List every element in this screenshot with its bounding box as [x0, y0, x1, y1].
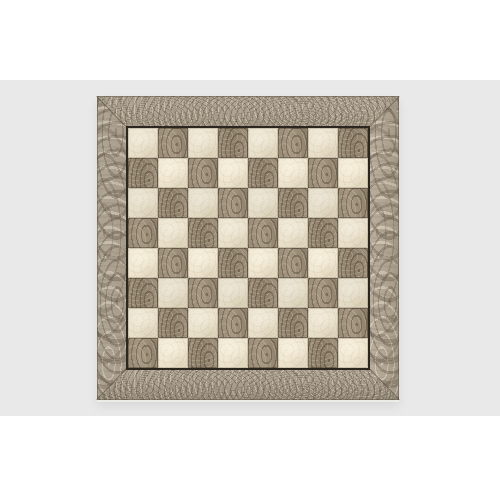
- playing-field: [126, 126, 370, 370]
- square-g8: [308, 128, 338, 158]
- square-h1: [338, 338, 368, 368]
- square-c3: [188, 278, 218, 308]
- square-e5: [248, 218, 278, 248]
- square-a5: [128, 218, 158, 248]
- square-a8: [128, 128, 158, 158]
- square-c4: [188, 248, 218, 278]
- board-frame-bottom: [97, 370, 399, 400]
- square-g1: [308, 338, 338, 368]
- square-c7: [188, 158, 218, 188]
- product-photo: [0, 80, 500, 416]
- square-b6: [158, 188, 188, 218]
- square-d2: [218, 308, 248, 338]
- square-f8: [278, 128, 308, 158]
- square-f1: [278, 338, 308, 368]
- square-b7: [158, 158, 188, 188]
- square-e6: [248, 188, 278, 218]
- square-c8: [188, 128, 218, 158]
- square-h8: [338, 128, 368, 158]
- square-d7: [218, 158, 248, 188]
- square-c6: [188, 188, 218, 218]
- square-e7: [248, 158, 278, 188]
- square-h2: [338, 308, 368, 338]
- square-c2: [188, 308, 218, 338]
- board-frame-left: [97, 96, 126, 400]
- square-b4: [158, 248, 188, 278]
- square-a2: [128, 308, 158, 338]
- square-f6: [278, 188, 308, 218]
- square-a7: [128, 158, 158, 188]
- square-f3: [278, 278, 308, 308]
- square-c1: [188, 338, 218, 368]
- square-g7: [308, 158, 338, 188]
- square-f7: [278, 158, 308, 188]
- square-d1: [218, 338, 248, 368]
- board-frame-right: [370, 96, 399, 400]
- board-frame-top: [97, 96, 399, 126]
- square-d3: [218, 278, 248, 308]
- square-b2: [158, 308, 188, 338]
- square-g6: [308, 188, 338, 218]
- square-d5: [218, 218, 248, 248]
- product-page-background: [0, 0, 500, 500]
- square-a3: [128, 278, 158, 308]
- chess-board: [97, 96, 399, 400]
- square-d4: [218, 248, 248, 278]
- square-a4: [128, 248, 158, 278]
- square-d8: [218, 128, 248, 158]
- square-e2: [248, 308, 278, 338]
- square-e3: [248, 278, 278, 308]
- square-g5: [308, 218, 338, 248]
- square-h6: [338, 188, 368, 218]
- square-h4: [338, 248, 368, 278]
- square-b3: [158, 278, 188, 308]
- square-b5: [158, 218, 188, 248]
- square-h3: [338, 278, 368, 308]
- square-g3: [308, 278, 338, 308]
- square-g4: [308, 248, 338, 278]
- square-b8: [158, 128, 188, 158]
- square-f2: [278, 308, 308, 338]
- square-e8: [248, 128, 278, 158]
- square-a6: [128, 188, 158, 218]
- square-e1: [248, 338, 278, 368]
- square-f5: [278, 218, 308, 248]
- square-f4: [278, 248, 308, 278]
- squares-grid: [128, 128, 368, 368]
- square-g2: [308, 308, 338, 338]
- square-a1: [128, 338, 158, 368]
- square-e4: [248, 248, 278, 278]
- square-c5: [188, 218, 218, 248]
- square-d6: [218, 188, 248, 218]
- square-h7: [338, 158, 368, 188]
- square-b1: [158, 338, 188, 368]
- square-h5: [338, 218, 368, 248]
